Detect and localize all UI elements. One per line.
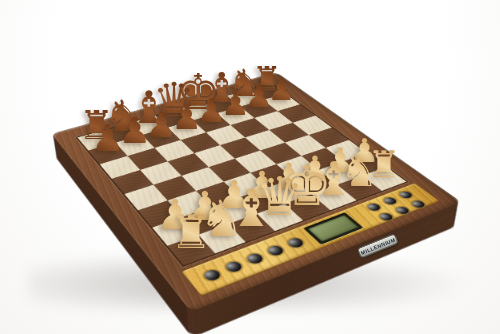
chess-piece-black-pawn[interactable]: ♟: [91, 120, 124, 157]
chess-piece-white-rook[interactable]: ♜: [170, 209, 212, 256]
pieces-layer: ♜♞♝♛♚♝♞♜♟♟♟♟♟♟♟♟♟♟♟♟♟♟♟♟♜♞♝♛♚♝♞♜: [0, 0, 500, 334]
product-photo-stage: ♜♞♝♛♚♝♞♜♟♟♟♟♟♟♟♟♟♟♟♟♟♟♟♟♜♞♝♛♚♝♞♜ MILLENN…: [0, 0, 500, 334]
